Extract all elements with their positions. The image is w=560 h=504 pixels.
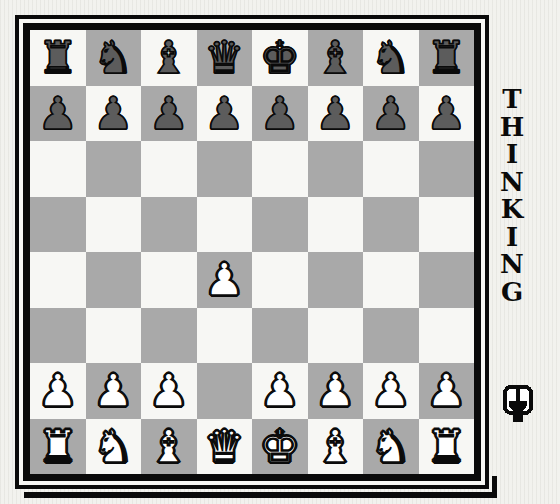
black-rook[interactable]: ♜ [38, 30, 78, 85]
board-drop-shadow-right [492, 476, 497, 498]
thinking-status: T H I N K I N G [494, 86, 530, 306]
square-e4[interactable] [252, 252, 308, 308]
white-rook[interactable]: ♜ [38, 419, 78, 474]
status-letter: T [494, 86, 530, 114]
square-a5[interactable] [30, 197, 86, 253]
black-pawn[interactable]: ♟ [38, 86, 78, 141]
square-g2[interactable]: ♟ [363, 363, 419, 419]
chess-board[interactable]: ♜♞♝♛♚♝♞♜♟♟♟♟♟♟♟♟♟♟♟♟♟♟♟♟♜♞♝♛♚♝♞♜ [30, 30, 474, 474]
square-e7[interactable]: ♟ [252, 86, 308, 142]
square-c4[interactable] [141, 252, 197, 308]
status-letter: I [494, 141, 530, 169]
square-a8[interactable]: ♜ [30, 30, 86, 86]
clock-icon [502, 384, 534, 426]
status-letter: N [494, 251, 530, 279]
square-d5[interactable] [197, 197, 253, 253]
square-c7[interactable]: ♟ [141, 86, 197, 142]
white-knight[interactable]: ♞ [93, 419, 133, 474]
black-pawn[interactable]: ♟ [371, 86, 411, 141]
white-pawn[interactable]: ♟ [315, 363, 355, 418]
square-h3[interactable] [419, 308, 475, 364]
square-c3[interactable] [141, 308, 197, 364]
square-e2[interactable]: ♟ [252, 363, 308, 419]
chess-board-border: ♜♞♝♛♚♝♞♜♟♟♟♟♟♟♟♟♟♟♟♟♟♟♟♟♜♞♝♛♚♝♞♜ [23, 23, 481, 481]
black-bishop[interactable]: ♝ [149, 30, 189, 85]
square-b1[interactable]: ♞ [86, 419, 142, 475]
white-pawn[interactable]: ♟ [260, 363, 300, 418]
black-pawn[interactable]: ♟ [204, 86, 244, 141]
square-f3[interactable] [308, 308, 364, 364]
black-queen[interactable]: ♛ [204, 30, 244, 85]
square-b4[interactable] [86, 252, 142, 308]
white-rook[interactable]: ♜ [426, 419, 466, 474]
status-letter: I [494, 224, 530, 252]
square-d4[interactable]: ♟ [197, 252, 253, 308]
white-queen[interactable]: ♛ [204, 419, 244, 474]
square-a6[interactable] [30, 141, 86, 197]
square-g4[interactable] [363, 252, 419, 308]
square-h8[interactable]: ♜ [419, 30, 475, 86]
square-c2[interactable]: ♟ [141, 363, 197, 419]
square-f1[interactable]: ♝ [308, 419, 364, 475]
status-letter: G [494, 279, 530, 307]
square-b6[interactable] [86, 141, 142, 197]
square-f5[interactable] [308, 197, 364, 253]
square-c8[interactable]: ♝ [141, 30, 197, 86]
square-b5[interactable] [86, 197, 142, 253]
square-g8[interactable]: ♞ [363, 30, 419, 86]
square-d2[interactable] [197, 363, 253, 419]
square-b8[interactable]: ♞ [86, 30, 142, 86]
square-c5[interactable] [141, 197, 197, 253]
black-pawn[interactable]: ♟ [93, 86, 133, 141]
square-h1[interactable]: ♜ [419, 419, 475, 475]
square-g7[interactable]: ♟ [363, 86, 419, 142]
square-g5[interactable] [363, 197, 419, 253]
square-h6[interactable] [419, 141, 475, 197]
white-pawn[interactable]: ♟ [38, 363, 78, 418]
black-pawn[interactable]: ♟ [315, 86, 355, 141]
chess-board-frame: ♜♞♝♛♚♝♞♜♟♟♟♟♟♟♟♟♟♟♟♟♟♟♟♟♜♞♝♛♚♝♞♜ [15, 15, 489, 489]
square-e5[interactable] [252, 197, 308, 253]
white-bishop[interactable]: ♝ [149, 419, 189, 474]
square-d8[interactable]: ♛ [197, 30, 253, 86]
black-pawn[interactable]: ♟ [260, 86, 300, 141]
square-c1[interactable]: ♝ [141, 419, 197, 475]
black-rook[interactable]: ♜ [426, 30, 466, 85]
white-pawn[interactable]: ♟ [426, 363, 466, 418]
square-d7[interactable]: ♟ [197, 86, 253, 142]
square-f2[interactable]: ♟ [308, 363, 364, 419]
black-knight[interactable]: ♞ [93, 30, 133, 85]
square-g3[interactable] [363, 308, 419, 364]
black-pawn[interactable]: ♟ [149, 86, 189, 141]
square-d6[interactable] [197, 141, 253, 197]
square-g6[interactable] [363, 141, 419, 197]
white-pawn[interactable]: ♟ [204, 252, 244, 307]
square-h4[interactable] [419, 252, 475, 308]
square-h5[interactable] [419, 197, 475, 253]
square-f6[interactable] [308, 141, 364, 197]
square-e8[interactable]: ♚ [252, 30, 308, 86]
white-pawn[interactable]: ♟ [93, 363, 133, 418]
black-king[interactable]: ♚ [260, 30, 300, 85]
white-pawn[interactable]: ♟ [371, 363, 411, 418]
square-e3[interactable] [252, 308, 308, 364]
white-pawn[interactable]: ♟ [149, 363, 189, 418]
square-a4[interactable] [30, 252, 86, 308]
square-c6[interactable] [141, 141, 197, 197]
square-d3[interactable] [197, 308, 253, 364]
black-bishop[interactable]: ♝ [315, 30, 355, 85]
square-d1[interactable]: ♛ [197, 419, 253, 475]
square-f7[interactable]: ♟ [308, 86, 364, 142]
square-a1[interactable]: ♜ [30, 419, 86, 475]
status-letter: H [494, 114, 530, 142]
square-f8[interactable]: ♝ [308, 30, 364, 86]
square-f4[interactable] [308, 252, 364, 308]
square-e1[interactable]: ♚ [252, 419, 308, 475]
square-g1[interactable]: ♞ [363, 419, 419, 475]
status-letter: N [494, 169, 530, 197]
square-b2[interactable]: ♟ [86, 363, 142, 419]
square-b3[interactable] [86, 308, 142, 364]
square-b7[interactable]: ♟ [86, 86, 142, 142]
square-a2[interactable]: ♟ [30, 363, 86, 419]
board-drop-shadow-bottom [24, 492, 497, 498]
black-pawn[interactable]: ♟ [426, 86, 466, 141]
square-a7[interactable]: ♟ [30, 86, 86, 142]
status-letter: K [494, 196, 530, 224]
white-bishop[interactable]: ♝ [315, 419, 355, 474]
black-knight[interactable]: ♞ [371, 30, 411, 85]
square-a3[interactable] [30, 308, 86, 364]
square-h2[interactable]: ♟ [419, 363, 475, 419]
square-h7[interactable]: ♟ [419, 86, 475, 142]
white-knight[interactable]: ♞ [371, 419, 411, 474]
square-e6[interactable] [252, 141, 308, 197]
white-king[interactable]: ♚ [260, 419, 300, 474]
